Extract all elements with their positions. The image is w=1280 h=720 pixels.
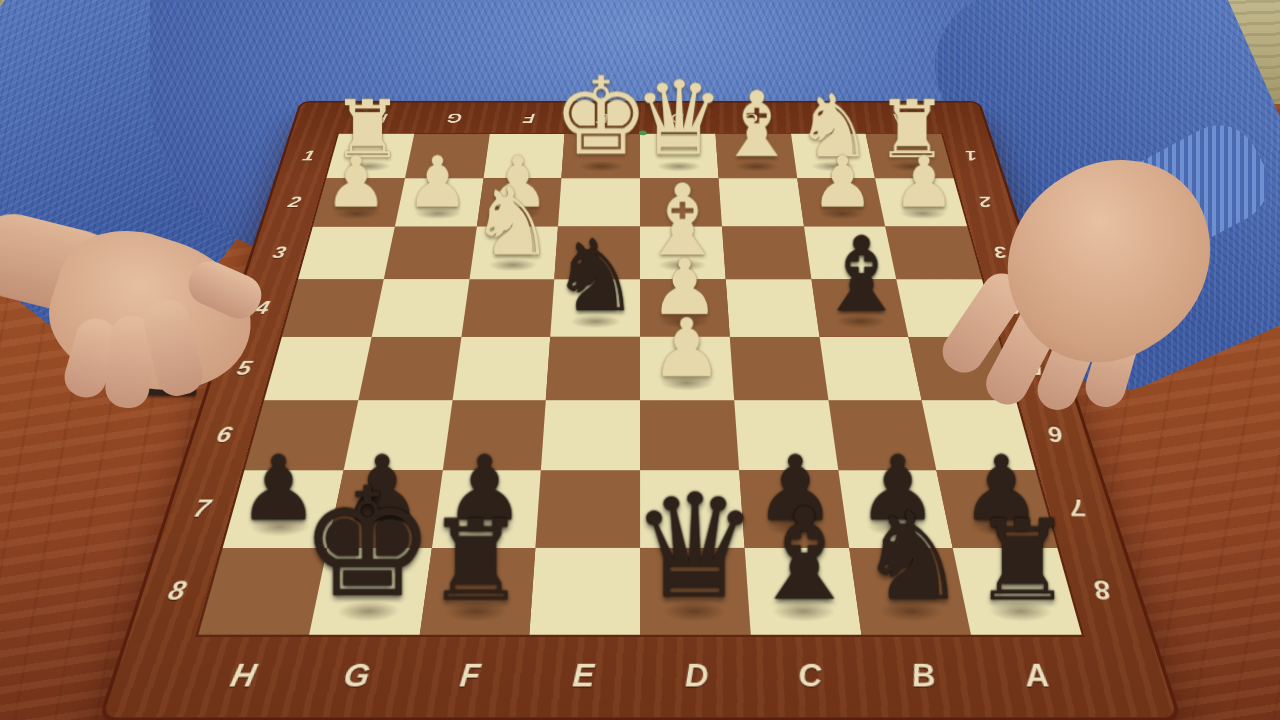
square-a1[interactable]: ♜: [866, 134, 954, 178]
black-bishop-c8[interactable]: ♝: [747, 492, 861, 619]
label-file-d: D: [640, 635, 756, 718]
square-a3[interactable]: [885, 227, 982, 280]
label-rank-right-2: 2: [954, 178, 1019, 226]
piece-shadow: [898, 208, 948, 220]
label-file-a: A: [971, 635, 1105, 718]
label-file-g: G: [291, 635, 419, 718]
label-file-f: F: [408, 635, 530, 718]
green-marker-dot: [639, 130, 647, 135]
square-d5[interactable]: ♟: [640, 337, 734, 400]
white-pawn-f2[interactable]: ♟: [487, 147, 550, 218]
white-pawn-a2[interactable]: ♟: [892, 147, 955, 218]
white-bishop-d3[interactable]: ♝: [638, 171, 726, 269]
square-a8[interactable]: ♜: [953, 548, 1082, 635]
piece-shadow: [345, 161, 393, 172]
file-labels-top: HGFEDCBA: [339, 103, 941, 134]
chess-board-grid: ♜♚♛♝♞♜♟♟♟♟♟♞♝♞♟♝♟♟♟♟♟♟♟♚♜♛♝♞♜: [198, 134, 1081, 635]
square-b2[interactable]: ♟: [797, 178, 886, 226]
white-knight-f3[interactable]: ♞: [470, 175, 555, 269]
square-f5[interactable]: [452, 337, 550, 400]
square-f3[interactable]: ♞: [469, 227, 558, 280]
white-pawn-h2[interactable]: ♟: [324, 147, 387, 218]
file-labels-bottom: HGFEDCBA: [175, 635, 1105, 718]
black-king-g8[interactable]: ♚: [299, 467, 434, 618]
label-file-e: E: [524, 635, 640, 718]
piece-shadow: [413, 208, 462, 220]
square-e7[interactable]: [536, 470, 640, 548]
label-file-top-a: A: [859, 103, 941, 134]
white-king-e1[interactable]: ♚: [553, 62, 649, 170]
piece-shadow: [488, 259, 538, 272]
square-d2[interactable]: [640, 178, 722, 226]
label-rank-2: 2: [262, 178, 327, 226]
black-rook-a8[interactable]: ♜: [972, 506, 1072, 618]
square-e5[interactable]: [546, 337, 640, 400]
white-bishop-c1[interactable]: ♝: [716, 80, 797, 170]
square-c1[interactable]: ♝: [715, 134, 797, 178]
square-e2[interactable]: [558, 178, 640, 226]
white-rook-h1[interactable]: ♜: [332, 90, 404, 170]
piece-shadow: [733, 161, 779, 172]
black-knight-b8[interactable]: ♞: [859, 497, 968, 619]
square-b5[interactable]: [819, 337, 922, 400]
square-c2[interactable]: [718, 178, 803, 226]
white-pawn-d5[interactable]: ♟: [650, 307, 723, 388]
square-c4[interactable]: [725, 279, 819, 337]
label-file-top-c: C: [713, 103, 790, 134]
square-b8[interactable]: ♞: [849, 548, 972, 635]
label-file-b: B: [861, 635, 989, 718]
label-rank-right-1: 1: [941, 134, 1002, 178]
chess-board-frame: ♜♚♛♝♞♜♟♟♟♟♟♞♝♞♟♝♟♟♟♟♟♟♟♚♜♛♝♞♜ HGFEDCBA H…: [103, 103, 1178, 718]
square-a2[interactable]: ♟: [875, 178, 967, 226]
square-c8[interactable]: ♝: [744, 548, 861, 635]
white-pawn-b2[interactable]: ♟: [811, 147, 874, 218]
piece-shadow: [818, 208, 867, 220]
square-f1[interactable]: [483, 134, 565, 178]
board-perspective-scene: ♜♚♛♝♞♜♟♟♟♟♟♞♝♞♟♝♟♟♟♟♟♟♟♚♜♛♝♞♜ HGFEDCBA H…: [225, 0, 1055, 710]
piece-shadow: [494, 208, 542, 220]
label-file-top-h: H: [339, 103, 421, 134]
square-d3[interactable]: ♝: [640, 227, 725, 280]
piece-shadow: [578, 161, 623, 172]
square-d6[interactable]: [640, 400, 739, 470]
square-c5[interactable]: [730, 337, 828, 400]
label-file-h: H: [175, 635, 309, 718]
square-g4[interactable]: [371, 279, 469, 337]
square-g8[interactable]: ♚: [309, 548, 432, 635]
piece-shadow: [570, 315, 622, 329]
square-e3[interactable]: [555, 227, 640, 280]
screenshot-root: ♜♚♛♝♞♜♟♟♟♟♟♞♝♞♟♝♟♟♟♟♟♟♟♚♜♛♝♞♜ HGFEDCBA H…: [0, 0, 1280, 720]
label-file-top-g: G: [414, 103, 494, 134]
square-b4[interactable]: ♝: [811, 279, 909, 337]
piece-shadow: [888, 161, 936, 172]
black-bishop-b4[interactable]: ♝: [816, 223, 908, 326]
square-e1[interactable]: ♚: [562, 134, 640, 178]
square-h2[interactable]: ♟: [313, 178, 405, 226]
black-queen-d8[interactable]: ♛: [630, 475, 759, 619]
square-h3[interactable]: [298, 227, 395, 280]
square-f8[interactable]: ♜: [419, 548, 536, 635]
square-e8[interactable]: [530, 548, 640, 635]
square-h5[interactable]: [264, 337, 371, 400]
label-file-top-b: B: [786, 103, 866, 134]
piece-shadow: [834, 315, 888, 329]
piece-shadow: [656, 161, 701, 172]
white-rook-a1[interactable]: ♜: [877, 90, 949, 170]
square-b3[interactable]: [804, 227, 897, 280]
square-b1[interactable]: ♞: [791, 134, 876, 178]
square-g3[interactable]: [384, 227, 477, 280]
piece-shadow: [332, 208, 382, 220]
square-f4[interactable]: [461, 279, 555, 337]
white-knight-b1[interactable]: ♞: [796, 83, 874, 170]
square-h4[interactable]: [282, 279, 384, 337]
label-file-c: C: [750, 635, 872, 718]
square-h1[interactable]: ♜: [326, 134, 414, 178]
piece-shadow: [811, 161, 858, 172]
label-rank-1: 1: [277, 134, 338, 178]
white-pawn-g2[interactable]: ♟: [405, 147, 468, 218]
square-f2[interactable]: ♟: [476, 178, 561, 226]
square-g2[interactable]: ♟: [395, 178, 484, 226]
black-knight-e4[interactable]: ♞: [551, 227, 640, 326]
square-e6[interactable]: [541, 400, 640, 470]
label-file-top-f: F: [489, 103, 566, 134]
square-e4[interactable]: ♞: [550, 279, 640, 337]
square-g5[interactable]: [358, 337, 461, 400]
label-file-top-e: E: [565, 103, 640, 134]
label-rank-3: 3: [245, 227, 313, 280]
square-g1[interactable]: [405, 134, 490, 178]
square-d8[interactable]: ♛: [640, 548, 750, 635]
black-rook-f8[interactable]: ♜: [426, 506, 526, 618]
label-file-top-d: D: [640, 103, 715, 134]
square-c3[interactable]: [722, 227, 811, 280]
piece-shadow: [658, 259, 707, 272]
white-queen-d1[interactable]: ♛: [633, 68, 725, 170]
square-d1[interactable]: ♛: [640, 134, 718, 178]
